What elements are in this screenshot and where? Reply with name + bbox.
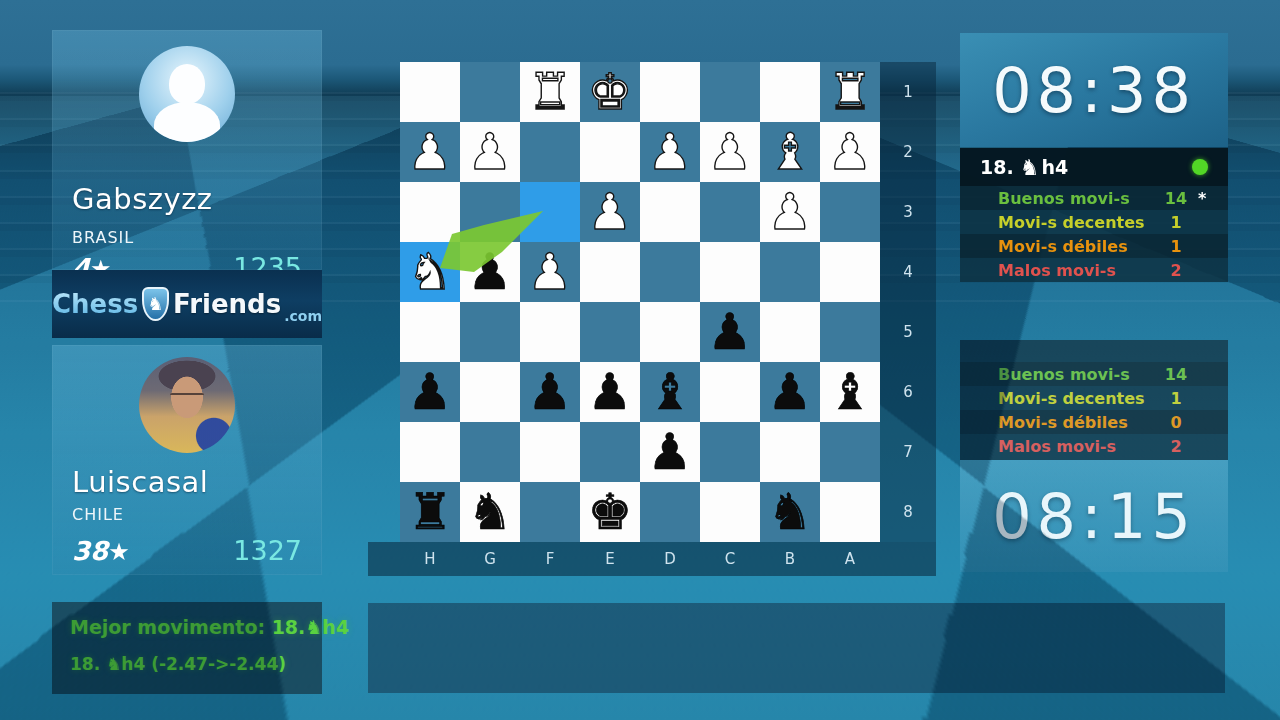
piece-black-pawn-f6: ♟ <box>528 362 573 422</box>
avatar-glasses <box>170 393 204 401</box>
square-c6[interactable] <box>700 362 760 422</box>
status-dot-icon <box>1192 159 1208 175</box>
square-a5[interactable] <box>820 302 880 362</box>
square-f4[interactable]: ♟ <box>520 242 580 302</box>
square-h3[interactable] <box>400 182 460 242</box>
best-move-line1: Mejor movimento: 18.♞h4 <box>70 616 304 638</box>
square-b7[interactable] <box>760 422 820 482</box>
square-g5[interactable] <box>460 302 520 362</box>
square-e4[interactable] <box>580 242 640 302</box>
square-a6[interactable]: ♝ <box>820 362 880 422</box>
square-e7[interactable] <box>580 422 640 482</box>
clock-top: 08:38 <box>960 33 1228 147</box>
piece-black-knight-b8: ♞ <box>768 482 813 542</box>
square-a7[interactable] <box>820 422 880 482</box>
knight-icon: ♞ <box>1020 155 1040 180</box>
square-f2[interactable] <box>520 122 580 182</box>
file-labels: HGFEDCBA <box>368 542 936 576</box>
piece-black-pawn-h6: ♟ <box>408 362 453 422</box>
chess-board[interactable]: ♜♚♜♟♟♟♟♝♟♟♟♞♟♟♟♟♟♟♝♟♝♟♜♞♚♞ <box>400 62 880 542</box>
knight-icon: ♞ <box>305 616 322 638</box>
square-g2[interactable]: ♟ <box>460 122 520 182</box>
square-g6[interactable] <box>460 362 520 422</box>
piece-white-rook-f1: ♜ <box>528 62 573 122</box>
piece-black-knight-g8: ♞ <box>468 482 513 542</box>
square-h8[interactable]: ♜ <box>400 482 460 542</box>
file-label-e: E <box>580 542 640 576</box>
square-d1[interactable] <box>640 62 700 122</box>
player2-country: CHILE <box>72 505 124 524</box>
logo-text-friends: Friends <box>173 289 281 319</box>
square-e1[interactable]: ♚ <box>580 62 640 122</box>
square-b3[interactable]: ♟ <box>760 182 820 242</box>
best-move-box: Mejor movimento: 18.♞h4 18. ♞h4 (-2.47->… <box>52 602 322 694</box>
square-d3[interactable] <box>640 182 700 242</box>
player2-photo <box>139 357 235 453</box>
piece-white-pawn-c2: ♟ <box>708 122 753 182</box>
piece-black-pawn-g4: ♟ <box>468 242 513 302</box>
square-a1[interactable]: ♜ <box>820 62 880 122</box>
piece-black-bishop-d6: ♝ <box>648 362 693 422</box>
piece-black-pawn-c5: ♟ <box>708 302 753 362</box>
square-f1[interactable]: ♜ <box>520 62 580 122</box>
square-d5[interactable] <box>640 302 700 362</box>
chess-board-panel: ♜♚♜♟♟♟♟♝♟♟♟♞♟♟♟♟♟♟♝♟♝♟♜♞♚♞ 12345678 HGFE… <box>368 62 936 576</box>
piece-white-pawn-g2: ♟ <box>468 122 513 182</box>
square-f6[interactable]: ♟ <box>520 362 580 422</box>
square-e6[interactable]: ♟ <box>580 362 640 422</box>
move-stats-panel-top: 18.♞h4 Buenos movi-s14* Movi-s decentes1… <box>960 148 1228 282</box>
player1-avatar <box>139 46 235 142</box>
rank-label-5: 5 <box>880 302 936 362</box>
square-b1[interactable] <box>760 62 820 122</box>
stat-row-weak: Movi-s débiles0 <box>960 410 1228 434</box>
player2-name: Luiscasal <box>72 465 208 499</box>
square-g8[interactable]: ♞ <box>460 482 520 542</box>
square-d2[interactable]: ♟ <box>640 122 700 182</box>
square-c7[interactable] <box>700 422 760 482</box>
piece-black-bishop-a6: ♝ <box>828 362 873 422</box>
player-card-bottom[interactable]: Luiscasal CHILE 38★ 1327 <box>52 345 322 575</box>
piece-white-pawn-h2: ♟ <box>408 122 453 182</box>
current-move-header: 18.♞h4 <box>960 148 1228 186</box>
move-stats-panel-bottom: Buenos movi-s14 Movi-s decentes1 Movi-s … <box>960 340 1228 460</box>
square-h7[interactable] <box>400 422 460 482</box>
avatar-silhouette-torso <box>154 102 220 142</box>
file-label-a: A <box>820 542 880 576</box>
stat-row-good: Buenos movi-s14* <box>960 186 1228 210</box>
rank-label-8: 8 <box>880 482 936 542</box>
square-g4[interactable]: ♟ <box>460 242 520 302</box>
square-h6[interactable]: ♟ <box>400 362 460 422</box>
square-b6[interactable]: ♟ <box>760 362 820 422</box>
player1-name: Gabszyzz <box>72 182 213 216</box>
square-b5[interactable] <box>760 302 820 362</box>
square-d8[interactable] <box>640 482 700 542</box>
chessfriends-logo[interactable]: Chess ♞ Friends .com <box>52 270 322 338</box>
file-label-d: D <box>640 542 700 576</box>
stat-row-good: Buenos movi-s14 <box>960 362 1228 386</box>
piece-white-pawn-d2: ♟ <box>648 122 693 182</box>
square-c4[interactable] <box>700 242 760 302</box>
rank-label-2: 2 <box>880 122 936 182</box>
square-f5[interactable] <box>520 302 580 362</box>
best-move-line2: 18. ♞h4 (-2.47->-2.44) <box>70 654 304 674</box>
player2-rating: 1327 <box>233 535 302 566</box>
square-g1[interactable] <box>460 62 520 122</box>
player-card-top[interactable]: Gabszyzz BRASIL 4★ 1235 <box>52 30 322 270</box>
piece-white-king-e1: ♚ <box>588 62 633 122</box>
file-label-b: B <box>760 542 820 576</box>
square-d7[interactable]: ♟ <box>640 422 700 482</box>
piece-white-pawn-e3: ♟ <box>588 182 633 242</box>
logo-text-com: .com <box>284 308 322 324</box>
piece-black-pawn-e6: ♟ <box>588 362 633 422</box>
square-a4[interactable] <box>820 242 880 302</box>
logo-shield-knight-icon: ♞ <box>142 287 169 321</box>
square-b4[interactable] <box>760 242 820 302</box>
square-e2[interactable] <box>580 122 640 182</box>
rank-labels: 12345678 <box>880 62 936 542</box>
piece-white-pawn-f4: ♟ <box>528 242 573 302</box>
square-d4[interactable] <box>640 242 700 302</box>
square-b8[interactable]: ♞ <box>760 482 820 542</box>
knight-icon: ♞ <box>106 654 121 674</box>
rank-label-1: 1 <box>880 62 936 122</box>
file-label-c: C <box>700 542 760 576</box>
square-e8[interactable]: ♚ <box>580 482 640 542</box>
square-c5[interactable]: ♟ <box>700 302 760 362</box>
rank-label-7: 7 <box>880 422 936 482</box>
piece-black-pawn-d7: ♟ <box>648 422 693 482</box>
player2-stars: 38★ <box>72 536 130 566</box>
piece-black-pawn-b6: ♟ <box>768 362 813 422</box>
stat-row-weak: Movi-s débiles1 <box>960 234 1228 258</box>
square-h1[interactable] <box>400 62 460 122</box>
stat-row-decent: Movi-s decentes1 <box>960 386 1228 410</box>
piece-white-rook-a1: ♜ <box>828 62 873 122</box>
square-f8[interactable] <box>520 482 580 542</box>
piece-white-pawn-a2: ♟ <box>828 122 873 182</box>
square-h4[interactable]: ♞ <box>400 242 460 302</box>
piece-black-rook-h8: ♜ <box>408 482 453 542</box>
rank-label-3: 3 <box>880 182 936 242</box>
square-c3[interactable] <box>700 182 760 242</box>
clock-bottom: 08:15 <box>960 460 1228 572</box>
square-f7[interactable] <box>520 422 580 482</box>
square-a8[interactable] <box>820 482 880 542</box>
stat-row-bad: Malos movi-s2 <box>960 434 1228 458</box>
stat-row-bad: Malos movi-s2 <box>960 258 1228 282</box>
star-icon: ★ <box>108 538 130 566</box>
file-label-g: G <box>460 542 520 576</box>
rank-label-6: 6 <box>880 362 936 422</box>
stat-row-decent: Movi-s decentes1 <box>960 210 1228 234</box>
square-b2[interactable]: ♝ <box>760 122 820 182</box>
piece-white-pawn-b3: ♟ <box>768 182 813 242</box>
file-label-h: H <box>400 542 460 576</box>
square-c1[interactable] <box>700 62 760 122</box>
piece-white-knight-h4: ♞ <box>408 242 453 302</box>
square-c2[interactable]: ♟ <box>700 122 760 182</box>
square-g7[interactable] <box>460 422 520 482</box>
square-e3[interactable]: ♟ <box>580 182 640 242</box>
square-h5[interactable] <box>400 302 460 362</box>
logo-text-chess: Chess <box>52 289 138 319</box>
player1-country: BRASIL <box>72 228 134 247</box>
square-a3[interactable] <box>820 182 880 242</box>
avatar-silhouette-head <box>169 64 205 104</box>
square-g3[interactable] <box>460 182 520 242</box>
piece-black-king-e8: ♚ <box>588 482 633 542</box>
square-f3[interactable] <box>520 182 580 242</box>
square-c8[interactable] <box>700 482 760 542</box>
square-h2[interactable]: ♟ <box>400 122 460 182</box>
square-d6[interactable]: ♝ <box>640 362 700 422</box>
square-a2[interactable]: ♟ <box>820 122 880 182</box>
square-e5[interactable] <box>580 302 640 362</box>
rank-label-4: 4 <box>880 242 936 302</box>
file-label-f: F <box>520 542 580 576</box>
bottom-bar <box>368 603 1225 693</box>
piece-white-bishop-b2: ♝ <box>768 122 813 182</box>
